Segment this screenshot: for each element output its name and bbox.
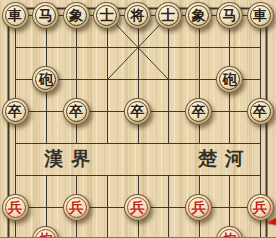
piece-red-cannon[interactable]: 炮 bbox=[216, 226, 243, 238]
xiangqi-board: 漢界 楚河 車马象士将士象马車砲砲卒卒卒卒卒兵兵兵兵兵炮炮 bbox=[0, 0, 276, 237]
pieces-layer: 車马象士将士象马車砲砲卒卒卒卒卒兵兵兵兵兵炮炮 bbox=[0, 0, 275, 237]
piece-black-general[interactable]: 将 bbox=[124, 2, 151, 29]
piece-glyph: 兵 bbox=[69, 200, 83, 214]
piece-black-horse[interactable]: 马 bbox=[32, 2, 59, 29]
red-arrow-cursor bbox=[266, 217, 276, 226]
piece-glyph: 卒 bbox=[192, 104, 206, 118]
piece-black-soldier[interactable]: 卒 bbox=[124, 98, 151, 125]
piece-black-soldier[interactable]: 卒 bbox=[247, 98, 274, 125]
piece-glyph: 卒 bbox=[253, 104, 267, 118]
piece-black-horse[interactable]: 马 bbox=[216, 2, 243, 29]
piece-glyph: 士 bbox=[100, 8, 114, 22]
piece-glyph: 卒 bbox=[131, 104, 145, 118]
piece-glyph: 兵 bbox=[8, 200, 22, 214]
piece-black-chariot[interactable]: 車 bbox=[247, 2, 274, 29]
piece-black-cannon[interactable]: 砲 bbox=[216, 66, 243, 93]
piece-glyph: 象 bbox=[69, 8, 83, 22]
piece-red-soldier[interactable]: 兵 bbox=[185, 194, 212, 221]
piece-glyph: 卒 bbox=[69, 104, 83, 118]
piece-black-elephant[interactable]: 象 bbox=[63, 2, 90, 29]
piece-black-soldier[interactable]: 卒 bbox=[2, 98, 29, 125]
piece-black-advisor[interactable]: 士 bbox=[155, 2, 182, 29]
piece-red-soldier[interactable]: 兵 bbox=[247, 194, 274, 221]
piece-black-advisor[interactable]: 士 bbox=[93, 2, 120, 29]
piece-glyph: 兵 bbox=[192, 200, 206, 214]
piece-glyph: 炮 bbox=[39, 232, 53, 238]
piece-black-elephant[interactable]: 象 bbox=[185, 2, 212, 29]
piece-glyph: 马 bbox=[39, 8, 53, 22]
piece-glyph: 卒 bbox=[8, 104, 22, 118]
piece-glyph: 象 bbox=[192, 8, 206, 22]
piece-glyph: 马 bbox=[222, 8, 236, 22]
piece-black-soldier[interactable]: 卒 bbox=[185, 98, 212, 125]
piece-glyph: 炮 bbox=[222, 232, 236, 238]
piece-black-chariot[interactable]: 車 bbox=[2, 2, 29, 29]
piece-glyph: 車 bbox=[8, 8, 22, 22]
piece-glyph: 砲 bbox=[222, 72, 236, 86]
piece-glyph: 車 bbox=[253, 8, 267, 22]
piece-glyph: 兵 bbox=[131, 200, 145, 214]
piece-black-soldier[interactable]: 卒 bbox=[63, 98, 90, 125]
piece-red-soldier[interactable]: 兵 bbox=[63, 194, 90, 221]
piece-red-soldier[interactable]: 兵 bbox=[2, 194, 29, 221]
piece-glyph: 士 bbox=[161, 8, 175, 22]
piece-red-soldier[interactable]: 兵 bbox=[124, 194, 151, 221]
piece-black-cannon[interactable]: 砲 bbox=[32, 66, 59, 93]
piece-red-cannon[interactable]: 炮 bbox=[32, 226, 59, 238]
piece-glyph: 砲 bbox=[39, 72, 53, 86]
piece-glyph: 将 bbox=[131, 8, 145, 22]
piece-glyph: 兵 bbox=[253, 200, 267, 214]
